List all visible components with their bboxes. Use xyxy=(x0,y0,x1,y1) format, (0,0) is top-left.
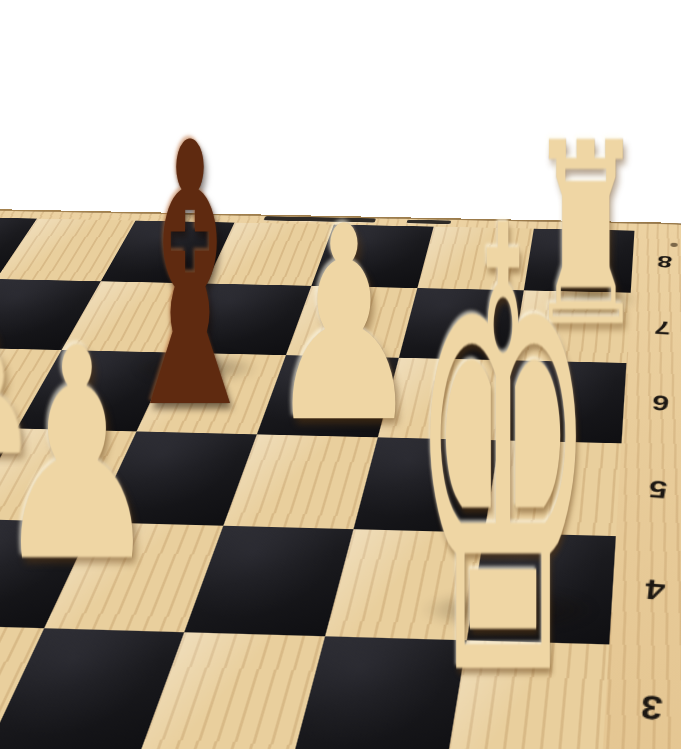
rank-label-8: 8 xyxy=(643,251,681,273)
piece-white-pawn-c5[interactable]: ♟ xyxy=(0,310,161,602)
rank-label-5: 5 xyxy=(631,473,681,506)
rank-label-7: 7 xyxy=(639,315,681,340)
rank-label-6: 6 xyxy=(635,389,681,417)
rank-label-4: 4 xyxy=(626,571,681,609)
chessboard-photo-scene: 876543 ♜♝♟♟♟♚ xyxy=(0,0,681,749)
rank-label-3: 3 xyxy=(620,685,681,730)
piece-white-pawn-e6[interactable]: ♟ xyxy=(267,191,421,459)
piece-white-king-f4[interactable]: ♚ xyxy=(410,150,597,749)
